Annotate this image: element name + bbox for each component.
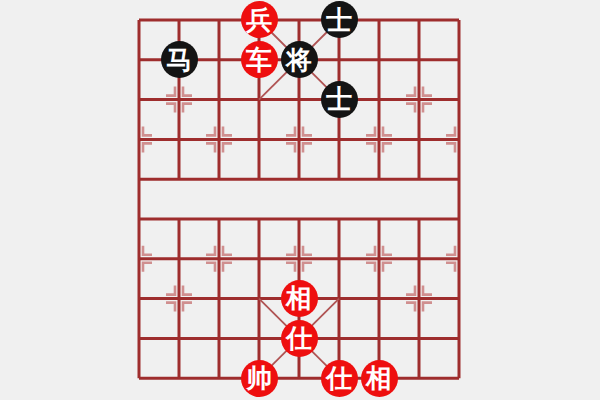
board-intersection-2-1[interactable] (199, 40, 239, 80)
board-intersection-3-0[interactable]: 兵 (239, 0, 279, 40)
board-intersection-0-8[interactable] (119, 318, 159, 358)
board-intersection-8-2[interactable] (439, 80, 479, 120)
board-intersection-5-3[interactable] (319, 119, 359, 159)
board-intersection-2-7[interactable] (199, 279, 239, 319)
board-intersection-8-3[interactable] (439, 119, 479, 159)
board-intersection-5-6[interactable] (319, 239, 359, 279)
board-intersection-3-2[interactable] (239, 80, 279, 120)
board-intersection-2-2[interactable] (199, 80, 239, 120)
board-intersection-7-1[interactable] (399, 40, 439, 80)
board-intersection-2-3[interactable] (199, 119, 239, 159)
board-intersection-8-9[interactable] (439, 358, 479, 398)
board-intersection-4-3[interactable] (279, 119, 319, 159)
board-intersection-4-4[interactable] (279, 159, 319, 199)
board-intersection-6-0[interactable] (359, 0, 399, 40)
red-advisor[interactable]: 仕 (321, 360, 358, 397)
board-intersection-0-9[interactable] (119, 358, 159, 398)
board-intersection-3-5[interactable] (239, 199, 279, 239)
board-intersection-3-3[interactable] (239, 119, 279, 159)
red-elephant[interactable]: 相 (361, 360, 398, 397)
board-intersection-2-4[interactable] (199, 159, 239, 199)
board-intersection-6-6[interactable] (359, 239, 399, 279)
board-intersection-7-0[interactable] (399, 0, 439, 40)
board-intersection-4-5[interactable] (279, 199, 319, 239)
black-advisor[interactable]: 士 (321, 1, 358, 38)
board-intersection-4-2[interactable] (279, 80, 319, 120)
red-elephant[interactable]: 相 (281, 280, 318, 317)
board-intersection-2-0[interactable] (199, 0, 239, 40)
board-intersection-1-9[interactable] (159, 358, 199, 398)
xiangqi-board-grid: 兵士马车将士相仕帅仕相 (119, 0, 479, 398)
board-intersection-7-3[interactable] (399, 119, 439, 159)
board-intersection-1-0[interactable] (159, 0, 199, 40)
board-intersection-2-9[interactable] (199, 358, 239, 398)
board-intersection-6-4[interactable] (359, 159, 399, 199)
board-intersection-6-2[interactable] (359, 80, 399, 120)
board-intersection-4-7[interactable]: 相 (279, 279, 319, 319)
board-intersection-3-7[interactable] (239, 279, 279, 319)
black-general[interactable]: 将 (281, 41, 318, 78)
board-intersection-2-5[interactable] (199, 199, 239, 239)
board-intersection-8-1[interactable] (439, 40, 479, 80)
board-intersection-6-5[interactable] (359, 199, 399, 239)
board-intersection-4-1[interactable]: 将 (279, 40, 319, 80)
board-intersection-0-3[interactable] (119, 119, 159, 159)
board-intersection-2-6[interactable] (199, 239, 239, 279)
board-intersection-1-4[interactable] (159, 159, 199, 199)
board-intersection-0-7[interactable] (119, 279, 159, 319)
board-intersection-5-2[interactable]: 士 (319, 80, 359, 120)
board-intersection-6-9[interactable]: 相 (359, 358, 399, 398)
board-intersection-8-0[interactable] (439, 0, 479, 40)
board-intersection-1-6[interactable] (159, 239, 199, 279)
board-intersection-6-1[interactable] (359, 40, 399, 80)
board-intersection-7-6[interactable] (399, 239, 439, 279)
red-chariot[interactable]: 车 (241, 41, 278, 78)
board-intersection-8-6[interactable] (439, 239, 479, 279)
board-intersection-6-3[interactable] (359, 119, 399, 159)
board-intersection-1-2[interactable] (159, 80, 199, 120)
board-intersection-4-0[interactable] (279, 0, 319, 40)
board-intersection-7-9[interactable] (399, 358, 439, 398)
board-intersection-0-1[interactable] (119, 40, 159, 80)
board-intersection-5-0[interactable]: 士 (319, 0, 359, 40)
board-intersection-5-4[interactable] (319, 159, 359, 199)
board-intersection-1-1[interactable]: 马 (159, 40, 199, 80)
red-advisor[interactable]: 仕 (281, 320, 318, 357)
red-general[interactable]: 帅 (241, 360, 278, 397)
board-intersection-5-1[interactable] (319, 40, 359, 80)
board-intersection-5-7[interactable] (319, 279, 359, 319)
board-intersection-5-5[interactable] (319, 199, 359, 239)
board-intersection-8-8[interactable] (439, 318, 479, 358)
board-intersection-1-8[interactable] (159, 318, 199, 358)
red-soldier[interactable]: 兵 (241, 1, 278, 38)
board-intersection-2-8[interactable] (199, 318, 239, 358)
board-intersection-4-6[interactable] (279, 239, 319, 279)
board-intersection-8-7[interactable] (439, 279, 479, 319)
board-intersection-6-7[interactable] (359, 279, 399, 319)
board-intersection-3-1[interactable]: 车 (239, 40, 279, 80)
board-intersection-7-7[interactable] (399, 279, 439, 319)
black-advisor[interactable]: 士 (321, 81, 358, 118)
board-intersection-3-6[interactable] (239, 239, 279, 279)
board-intersection-1-5[interactable] (159, 199, 199, 239)
board-intersection-3-8[interactable] (239, 318, 279, 358)
board-intersection-0-4[interactable] (119, 159, 159, 199)
board-intersection-3-4[interactable] (239, 159, 279, 199)
board-intersection-0-6[interactable] (119, 239, 159, 279)
board-intersection-5-9[interactable]: 仕 (319, 358, 359, 398)
board-intersection-8-5[interactable] (439, 199, 479, 239)
board-intersection-4-8[interactable]: 仕 (279, 318, 319, 358)
board-intersection-7-8[interactable] (399, 318, 439, 358)
board-intersection-6-8[interactable] (359, 318, 399, 358)
board-intersection-8-4[interactable] (439, 159, 479, 199)
board-intersection-7-2[interactable] (399, 80, 439, 120)
board-intersection-7-5[interactable] (399, 199, 439, 239)
board-intersection-4-9[interactable] (279, 358, 319, 398)
board-intersection-0-5[interactable] (119, 199, 159, 239)
board-intersection-0-0[interactable] (119, 0, 159, 40)
board-intersection-0-2[interactable] (119, 80, 159, 120)
board-intersection-1-7[interactable] (159, 279, 199, 319)
board-intersection-5-8[interactable] (319, 318, 359, 358)
board-intersection-3-9[interactable]: 帅 (239, 358, 279, 398)
black-horse[interactable]: 马 (161, 41, 198, 78)
board-intersection-1-3[interactable] (159, 119, 199, 159)
board-intersection-7-4[interactable] (399, 159, 439, 199)
xiangqi-app: 兵士马车将士相仕帅仕相 (0, 0, 600, 400)
